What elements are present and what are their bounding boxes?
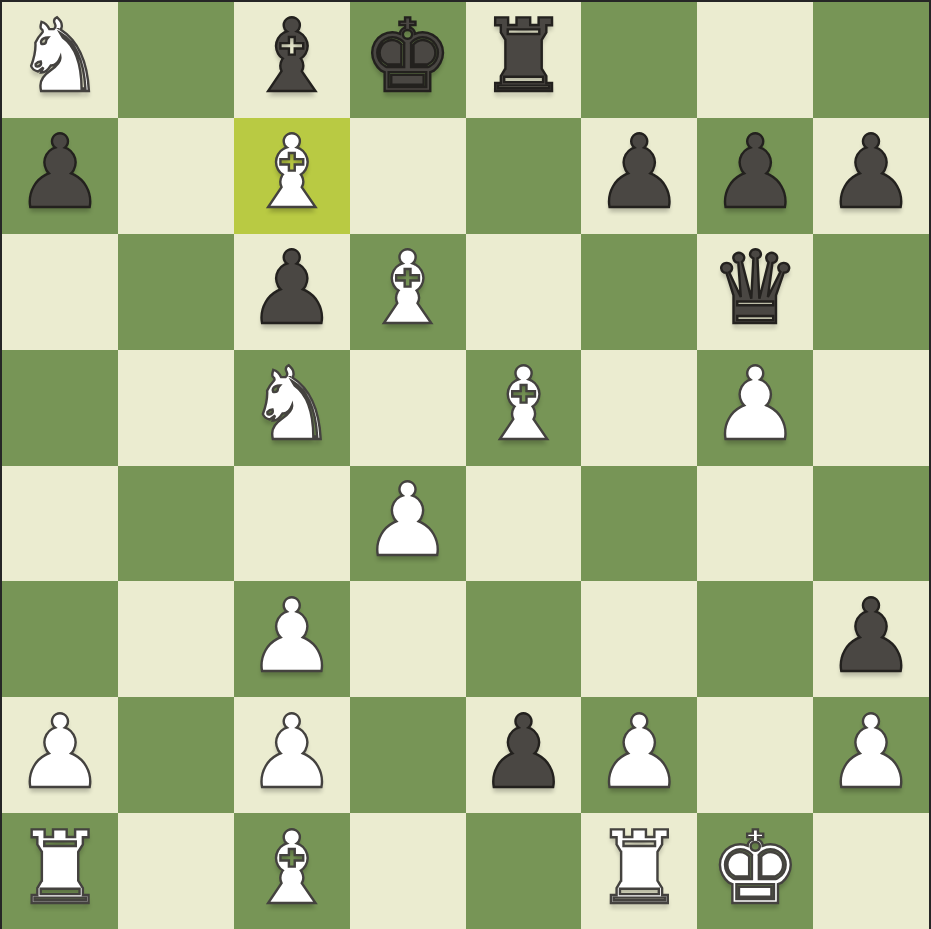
square-e8[interactable]: ♜ — [466, 2, 582, 118]
square-g3[interactable] — [697, 581, 813, 697]
square-h7[interactable]: ♟ — [813, 118, 929, 234]
black-pawn[interactable]: ♟ — [594, 122, 685, 223]
square-d8[interactable]: ♚ — [350, 2, 466, 118]
square-f2[interactable]: ♟ — [581, 697, 697, 813]
square-c7[interactable]: ♝ — [234, 118, 350, 234]
square-g2[interactable] — [697, 697, 813, 813]
square-b4[interactable] — [118, 466, 234, 582]
square-g8[interactable] — [697, 2, 813, 118]
square-f4[interactable] — [581, 466, 697, 582]
square-a7[interactable]: ♟ — [2, 118, 118, 234]
square-h4[interactable] — [813, 466, 929, 582]
black-pawn[interactable]: ♟ — [826, 586, 917, 687]
square-h1[interactable] — [813, 813, 929, 929]
white-pawn[interactable]: ♟ — [710, 354, 801, 455]
square-b6[interactable] — [118, 234, 234, 350]
square-a1[interactable]: ♜ — [2, 813, 118, 929]
square-d7[interactable] — [350, 118, 466, 234]
white-bishop[interactable]: ♝ — [246, 818, 337, 919]
white-pawn[interactable]: ♟ — [594, 702, 685, 803]
square-d1[interactable] — [350, 813, 466, 929]
white-pawn[interactable]: ♟ — [246, 702, 337, 803]
square-b5[interactable] — [118, 350, 234, 466]
square-g4[interactable] — [697, 466, 813, 582]
square-d5[interactable] — [350, 350, 466, 466]
square-f5[interactable] — [581, 350, 697, 466]
square-f6[interactable] — [581, 234, 697, 350]
square-c5[interactable]: ♞ — [234, 350, 350, 466]
white-pawn[interactable]: ♟ — [362, 470, 453, 571]
black-pawn[interactable]: ♟ — [826, 122, 917, 223]
square-a2[interactable]: ♟ — [2, 697, 118, 813]
black-king[interactable]: ♚ — [362, 6, 453, 107]
square-a8[interactable]: ♞ — [2, 2, 118, 118]
square-c4[interactable] — [234, 466, 350, 582]
white-rook[interactable]: ♜ — [15, 818, 106, 919]
white-knight[interactable]: ♞ — [15, 6, 106, 107]
square-h2[interactable]: ♟ — [813, 697, 929, 813]
square-f7[interactable]: ♟ — [581, 118, 697, 234]
square-d3[interactable] — [350, 581, 466, 697]
square-d6[interactable]: ♝ — [350, 234, 466, 350]
white-bishop[interactable]: ♝ — [362, 238, 453, 339]
square-f1[interactable]: ♜ — [581, 813, 697, 929]
square-c1[interactable]: ♝ — [234, 813, 350, 929]
black-pawn[interactable]: ♟ — [246, 238, 337, 339]
square-a4[interactable] — [2, 466, 118, 582]
white-bishop[interactable]: ♝ — [246, 122, 337, 223]
white-rook[interactable]: ♜ — [594, 818, 685, 919]
square-d4[interactable]: ♟ — [350, 466, 466, 582]
square-a5[interactable] — [2, 350, 118, 466]
square-f8[interactable] — [581, 2, 697, 118]
square-g6[interactable]: ♛ — [697, 234, 813, 350]
square-e7[interactable] — [466, 118, 582, 234]
square-c3[interactable]: ♟ — [234, 581, 350, 697]
square-g5[interactable]: ♟ — [697, 350, 813, 466]
square-b1[interactable] — [118, 813, 234, 929]
square-b8[interactable] — [118, 2, 234, 118]
white-pawn[interactable]: ♟ — [246, 586, 337, 687]
square-c8[interactable]: ♝ — [234, 2, 350, 118]
black-pawn[interactable]: ♟ — [15, 122, 106, 223]
white-bishop[interactable]: ♝ — [478, 354, 569, 455]
square-b3[interactable] — [118, 581, 234, 697]
square-b2[interactable] — [118, 697, 234, 813]
square-h3[interactable]: ♟ — [813, 581, 929, 697]
chess-board: ♞♝♚♜♟♝♟♟♟♟♝♛♞♝♟♟♟♟♟♟♟♟♟♜♝♜♚ — [2, 2, 929, 929]
square-e2[interactable]: ♟ — [466, 697, 582, 813]
square-e4[interactable] — [466, 466, 582, 582]
chess-board-frame: ♞♝♚♜♟♝♟♟♟♟♝♛♞♝♟♟♟♟♟♟♟♟♟♜♝♜♚ — [0, 0, 931, 929]
black-rook[interactable]: ♜ — [478, 6, 569, 107]
square-a3[interactable] — [2, 581, 118, 697]
square-f3[interactable] — [581, 581, 697, 697]
square-g1[interactable]: ♚ — [697, 813, 813, 929]
white-knight[interactable]: ♞ — [246, 354, 337, 455]
white-pawn[interactable]: ♟ — [15, 702, 106, 803]
black-pawn[interactable]: ♟ — [710, 122, 801, 223]
black-bishop[interactable]: ♝ — [246, 6, 337, 107]
square-e3[interactable] — [466, 581, 582, 697]
black-queen[interactable]: ♛ — [710, 238, 801, 339]
square-g7[interactable]: ♟ — [697, 118, 813, 234]
square-h5[interactable] — [813, 350, 929, 466]
black-pawn[interactable]: ♟ — [478, 702, 569, 803]
square-c2[interactable]: ♟ — [234, 697, 350, 813]
square-h8[interactable] — [813, 2, 929, 118]
square-e6[interactable] — [466, 234, 582, 350]
square-d2[interactable] — [350, 697, 466, 813]
square-b7[interactable] — [118, 118, 234, 234]
square-h6[interactable] — [813, 234, 929, 350]
square-e1[interactable] — [466, 813, 582, 929]
square-e5[interactable]: ♝ — [466, 350, 582, 466]
white-king[interactable]: ♚ — [710, 818, 801, 919]
white-pawn[interactable]: ♟ — [826, 702, 917, 803]
square-a6[interactable] — [2, 234, 118, 350]
square-c6[interactable]: ♟ — [234, 234, 350, 350]
